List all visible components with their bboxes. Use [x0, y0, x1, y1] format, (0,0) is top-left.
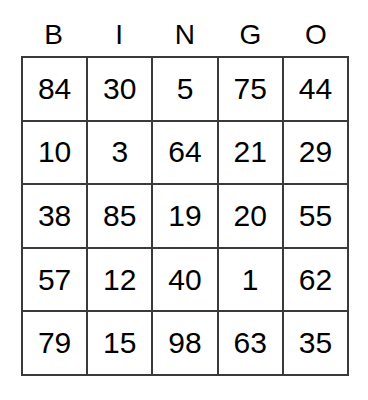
bingo-grid: 84 30 5 75 44 10 3 64 21 29 38 85 19 20 … [21, 56, 349, 376]
bingo-card: B I N G O 84 30 5 75 44 10 3 64 21 29 38… [21, 0, 349, 376]
cell-r3-b[interactable]: 38 [23, 185, 86, 247]
cell-r3-o[interactable]: 55 [284, 185, 347, 247]
header-letter-n: N [152, 21, 218, 56]
header-letter-o: O [283, 21, 349, 56]
cell-r5-i[interactable]: 15 [88, 312, 151, 374]
header-letter-b: B [21, 21, 87, 56]
cell-r1-i[interactable]: 30 [88, 58, 151, 120]
cell-r4-g[interactable]: 1 [219, 249, 282, 311]
cell-r4-i[interactable]: 12 [88, 249, 151, 311]
cell-r2-n[interactable]: 64 [153, 122, 216, 184]
cell-r4-b[interactable]: 57 [23, 249, 86, 311]
cell-r3-n[interactable]: 19 [153, 185, 216, 247]
header-letter-i: I [87, 21, 153, 56]
cell-r3-g[interactable]: 20 [219, 185, 282, 247]
cell-r2-o[interactable]: 29 [284, 122, 347, 184]
cell-r1-n[interactable]: 5 [153, 58, 216, 120]
bingo-header: B I N G O [21, 0, 349, 56]
header-letter-g: G [218, 21, 284, 56]
cell-r3-i[interactable]: 85 [88, 185, 151, 247]
cell-r5-b[interactable]: 79 [23, 312, 86, 374]
cell-r2-i[interactable]: 3 [88, 122, 151, 184]
cell-r5-o[interactable]: 35 [284, 312, 347, 374]
cell-r5-n[interactable]: 98 [153, 312, 216, 374]
cell-r2-b[interactable]: 10 [23, 122, 86, 184]
cell-r4-o[interactable]: 62 [284, 249, 347, 311]
cell-r2-g[interactable]: 21 [219, 122, 282, 184]
cell-r1-o[interactable]: 44 [284, 58, 347, 120]
cell-r5-g[interactable]: 63 [219, 312, 282, 374]
cell-r4-n[interactable]: 40 [153, 249, 216, 311]
cell-r1-g[interactable]: 75 [219, 58, 282, 120]
cell-r1-b[interactable]: 84 [23, 58, 86, 120]
